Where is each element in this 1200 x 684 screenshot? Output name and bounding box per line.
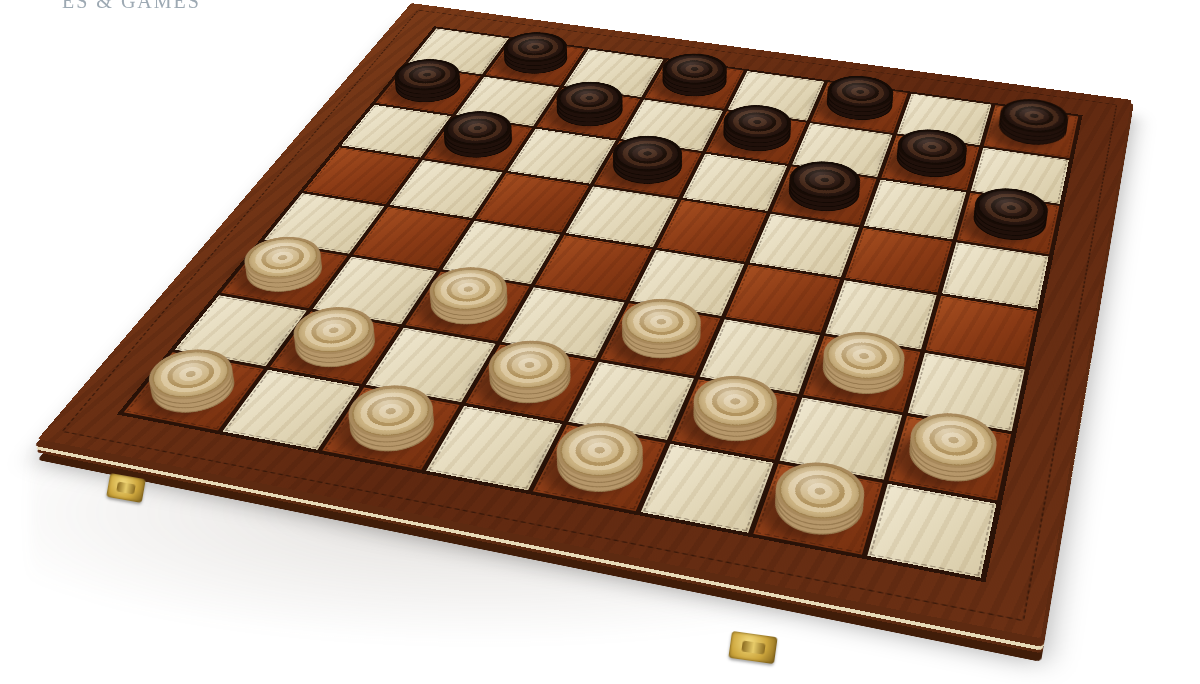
light-piece-a8[interactable]: ⛀ [138,360,249,422]
light-piece-h7[interactable]: ⛀ [902,424,999,492]
dark-piece-c2[interactable]: ⛂ [548,93,630,134]
checkers-board: ⛂⛂⛂⛂⛂⛂⛂⛂⛂⛂⛂⛂⛀⛀⛀⛀⛀⛀⛀⛀⛀⛀⛀⛀ [38,3,1132,638]
dark-piece-f3[interactable]: ⛂ [783,172,866,219]
dark-piece-e2[interactable]: ⛂ [716,116,797,158]
scene: ⛂⛂⛂⛂⛂⛂⛂⛂⛂⛂⛂⛂⛀⛀⛀⛀⛀⛀⛀⛀⛀⛀⛀⛀ [0,0,1200,684]
light-piece-d7[interactable]: ⛀ [479,352,581,413]
dark-piece-b3[interactable]: ⛂ [435,122,522,165]
light-piece-e6[interactable]: ⛀ [612,310,708,368]
dark-piece-h1[interactable]: ⛂ [994,110,1069,152]
light-piece-e8[interactable]: ⛀ [546,433,653,502]
light-piece-a6[interactable]: ⛀ [234,248,334,301]
watermark: ES & GAMES [62,0,322,13]
light-piece-g6[interactable]: ⛀ [815,343,909,404]
dark-piece-g2[interactable]: ⛂ [891,140,970,184]
square-d1[interactable]: ⛂ [645,60,743,108]
light-piece-c6[interactable]: ⛀ [419,279,517,334]
watermark-text: ES & GAMES [62,0,322,13]
light-piece-g8[interactable]: ⛀ [766,473,870,545]
dark-piece-d1[interactable]: ⛂ [655,65,733,104]
dark-piece-f1[interactable]: ⛂ [821,87,898,127]
dark-piece-h3[interactable]: ⛂ [968,199,1049,248]
light-piece-b7[interactable]: ⛀ [283,318,387,376]
light-piece-c8[interactable]: ⛀ [337,396,446,461]
light-piece-f7[interactable]: ⛀ [685,387,785,451]
square-h5[interactable] [926,295,1037,366]
square-g6[interactable]: ⛀ [803,336,921,412]
square-f1[interactable]: ⛂ [811,82,907,132]
dark-piece-b1[interactable]: ⛂ [496,43,576,80]
dark-piece-d3[interactable]: ⛂ [605,147,690,192]
dark-piece-a2[interactable]: ⛂ [386,70,470,109]
